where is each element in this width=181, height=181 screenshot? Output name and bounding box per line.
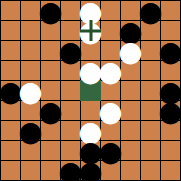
cell-r2-c7[interactable] bbox=[141, 41, 160, 60]
black-attacker-piece[interactable]: ● bbox=[18, 121, 42, 140]
cell-r8-c7[interactable] bbox=[141, 161, 160, 180]
cell-r1-c0[interactable] bbox=[1, 21, 20, 40]
cell-r6-c1[interactable]: ● bbox=[21, 121, 40, 140]
cell-r1-c4[interactable]: ● bbox=[81, 21, 100, 40]
cell-r2-c3[interactable]: ● bbox=[61, 41, 80, 60]
cell-r0-c7[interactable]: ● bbox=[141, 1, 160, 20]
cell-r5-c2[interactable]: ● bbox=[41, 101, 60, 120]
black-attacker-piece[interactable]: ● bbox=[158, 41, 181, 60]
cell-r4-c1[interactable]: ● bbox=[21, 81, 40, 100]
cell-r4-c0[interactable]: ● bbox=[1, 81, 20, 100]
cell-r5-c6[interactable] bbox=[121, 101, 140, 120]
cell-r6-c0[interactable] bbox=[1, 121, 20, 140]
cell-r5-c3[interactable] bbox=[61, 101, 80, 120]
black-attacker-piece[interactable]: ● bbox=[78, 161, 102, 180]
cell-r5-c7[interactable] bbox=[141, 101, 160, 120]
cell-r2-c8[interactable]: ● bbox=[161, 41, 180, 60]
cell-r4-c7[interactable] bbox=[141, 81, 160, 100]
black-attacker-piece[interactable]: ● bbox=[158, 101, 181, 120]
cell-r8-c0[interactable] bbox=[1, 161, 20, 180]
cell-r8-c4[interactable]: ● bbox=[81, 161, 100, 180]
cell-r3-c5[interactable]: ● bbox=[101, 61, 120, 80]
cell-r7-c2[interactable] bbox=[41, 141, 60, 160]
cell-r7-c6[interactable] bbox=[121, 141, 140, 160]
cell-r4-c6[interactable] bbox=[121, 81, 140, 100]
cell-r0-c0[interactable] bbox=[1, 1, 20, 20]
cell-r5-c5[interactable]: ● bbox=[101, 101, 120, 120]
cell-r0-c2[interactable]: ● bbox=[41, 1, 60, 20]
cell-r7-c8[interactable] bbox=[161, 141, 180, 160]
cell-r6-c3[interactable] bbox=[61, 121, 80, 140]
cell-r2-c6[interactable]: ● bbox=[121, 41, 140, 60]
cell-r7-c5[interactable]: ● bbox=[101, 141, 120, 160]
cell-r8-c2[interactable] bbox=[41, 161, 60, 180]
cell-r7-c0[interactable] bbox=[1, 141, 20, 160]
cell-r2-c1[interactable] bbox=[21, 41, 40, 60]
tablut-board: ●●●●●●●●●●●●●●●●●●●●●● bbox=[0, 0, 181, 181]
cell-r0-c8[interactable] bbox=[161, 1, 180, 20]
cell-r2-c2[interactable] bbox=[41, 41, 60, 60]
cell-r8-c6[interactable] bbox=[121, 161, 140, 180]
cell-r3-c2[interactable] bbox=[41, 61, 60, 80]
cell-r6-c7[interactable] bbox=[141, 121, 160, 140]
cell-r8-c3[interactable]: ● bbox=[61, 161, 80, 180]
cell-r3-c4[interactable]: ● bbox=[81, 61, 100, 80]
black-attacker-piece[interactable]: ● bbox=[38, 1, 62, 20]
cell-r7-c7[interactable] bbox=[141, 141, 160, 160]
white-defender-piece[interactable]: ● bbox=[98, 61, 122, 80]
cell-r0-c3[interactable] bbox=[61, 1, 80, 20]
cell-r1-c1[interactable] bbox=[21, 21, 40, 40]
cell-r0-c1[interactable] bbox=[21, 1, 40, 20]
cell-r1-c5[interactable] bbox=[101, 21, 120, 40]
cell-r8-c1[interactable] bbox=[21, 161, 40, 180]
cell-r0-c5[interactable] bbox=[101, 1, 120, 20]
cell-r5-c8[interactable]: ● bbox=[161, 101, 180, 120]
cell-r6-c6[interactable] bbox=[121, 121, 140, 140]
cell-r4-c3[interactable] bbox=[61, 81, 80, 100]
cell-r3-c7[interactable] bbox=[141, 61, 160, 80]
cell-r8-c8[interactable] bbox=[161, 161, 180, 180]
cell-r2-c0[interactable] bbox=[1, 41, 20, 60]
